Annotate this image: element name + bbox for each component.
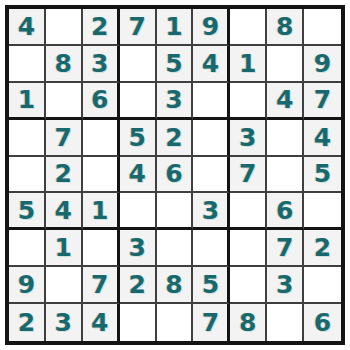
sudoku-cell-r5c3[interactable] bbox=[83, 157, 120, 194]
cell-digit: 9 bbox=[18, 272, 35, 297]
page: 4271988354191634775234246755413613729728… bbox=[0, 0, 350, 350]
sudoku-cell-r8c2[interactable] bbox=[46, 267, 83, 304]
cell-digit: 1 bbox=[239, 51, 256, 76]
sudoku-cell-r9c7[interactable]: 8 bbox=[230, 304, 267, 341]
cell-digit: 5 bbox=[314, 161, 331, 186]
sudoku-cell-r8c9[interactable] bbox=[304, 267, 341, 304]
sudoku-cell-r3c5[interactable]: 3 bbox=[157, 83, 194, 120]
cell-digit: 3 bbox=[55, 310, 72, 335]
sudoku-cell-r8c3[interactable]: 7 bbox=[83, 267, 120, 304]
sudoku-cell-r5c5[interactable]: 6 bbox=[157, 157, 194, 194]
sudoku-cell-r9c6[interactable]: 7 bbox=[193, 304, 230, 341]
cell-digit: 4 bbox=[128, 161, 145, 186]
sudoku-cell-r3c8[interactable]: 4 bbox=[267, 83, 304, 120]
sudoku-cell-r4c5[interactable]: 2 bbox=[157, 120, 194, 157]
cell-digit: 7 bbox=[314, 87, 331, 112]
sudoku-cell-r2c7[interactable]: 1 bbox=[230, 46, 267, 83]
sudoku-cell-r6c8[interactable]: 6 bbox=[267, 193, 304, 230]
sudoku-cell-r5c9[interactable]: 5 bbox=[304, 157, 341, 194]
cell-digit: 5 bbox=[128, 125, 145, 150]
cell-digit: 2 bbox=[314, 235, 331, 260]
cell-digit: 8 bbox=[165, 272, 182, 297]
cell-digit: 6 bbox=[91, 87, 108, 112]
cell-digit: 6 bbox=[276, 198, 293, 223]
cell-digit: 3 bbox=[165, 87, 182, 112]
sudoku-cell-r9c3[interactable]: 4 bbox=[83, 304, 120, 341]
sudoku-board: 4271988354191634775234246755413613729728… bbox=[5, 5, 345, 345]
sudoku-cell-r9c9[interactable]: 6 bbox=[304, 304, 341, 341]
sudoku-cell-r1c8[interactable]: 8 bbox=[267, 9, 304, 46]
sudoku-cell-r7c4[interactable]: 3 bbox=[120, 230, 157, 267]
sudoku-cell-r4c9[interactable]: 4 bbox=[304, 120, 341, 157]
sudoku-cell-r9c5[interactable] bbox=[157, 304, 194, 341]
sudoku-cell-r8c1[interactable]: 9 bbox=[9, 267, 46, 304]
sudoku-cell-r3c4[interactable] bbox=[120, 83, 157, 120]
sudoku-cell-r8c7[interactable] bbox=[230, 267, 267, 304]
sudoku-cell-r6c2[interactable]: 4 bbox=[46, 193, 83, 230]
sudoku-cell-r4c7[interactable]: 3 bbox=[230, 120, 267, 157]
cell-digit: 5 bbox=[202, 272, 219, 297]
sudoku-cell-r5c1[interactable] bbox=[9, 157, 46, 194]
sudoku-grid: 4271988354191634775234246755413613729728… bbox=[9, 9, 341, 341]
sudoku-cell-r2c2[interactable]: 8 bbox=[46, 46, 83, 83]
cell-digit: 4 bbox=[314, 125, 331, 150]
sudoku-cell-r7c2[interactable]: 1 bbox=[46, 230, 83, 267]
sudoku-cell-r9c4[interactable] bbox=[120, 304, 157, 341]
cell-digit: 1 bbox=[55, 235, 72, 260]
sudoku-cell-r8c6[interactable]: 5 bbox=[193, 267, 230, 304]
sudoku-cell-r4c4[interactable]: 5 bbox=[120, 120, 157, 157]
cell-digit: 4 bbox=[18, 14, 35, 39]
sudoku-cell-r7c5[interactable] bbox=[157, 230, 194, 267]
sudoku-cell-r4c6[interactable] bbox=[193, 120, 230, 157]
sudoku-cell-r8c8[interactable]: 3 bbox=[267, 267, 304, 304]
sudoku-cell-r5c7[interactable]: 7 bbox=[230, 157, 267, 194]
sudoku-cell-r1c4[interactable]: 7 bbox=[120, 9, 157, 46]
sudoku-cell-r3c9[interactable]: 7 bbox=[304, 83, 341, 120]
cell-digit: 3 bbox=[91, 51, 108, 76]
sudoku-cell-r9c1[interactable]: 2 bbox=[9, 304, 46, 341]
cell-digit: 8 bbox=[276, 14, 293, 39]
sudoku-cell-r6c9[interactable] bbox=[304, 193, 341, 230]
cell-digit: 7 bbox=[55, 125, 72, 150]
sudoku-cell-r4c8[interactable] bbox=[267, 120, 304, 157]
cell-digit: 1 bbox=[91, 198, 108, 223]
cell-digit: 8 bbox=[55, 51, 72, 76]
cell-digit: 5 bbox=[165, 51, 182, 76]
sudoku-cell-r6c5[interactable] bbox=[157, 193, 194, 230]
cell-digit: 9 bbox=[314, 51, 331, 76]
cell-digit: 4 bbox=[202, 51, 219, 76]
sudoku-cell-r1c5[interactable]: 1 bbox=[157, 9, 194, 46]
sudoku-cell-r2c8[interactable] bbox=[267, 46, 304, 83]
sudoku-cell-r7c8[interactable]: 7 bbox=[267, 230, 304, 267]
sudoku-cell-r7c1[interactable] bbox=[9, 230, 46, 267]
cell-digit: 2 bbox=[165, 125, 182, 150]
sudoku-cell-r5c2[interactable]: 2 bbox=[46, 157, 83, 194]
sudoku-cell-r4c3[interactable] bbox=[83, 120, 120, 157]
sudoku-cell-r3c2[interactable] bbox=[46, 83, 83, 120]
cell-digit: 2 bbox=[55, 161, 72, 186]
sudoku-cell-r1c7[interactable] bbox=[230, 9, 267, 46]
cell-digit: 3 bbox=[276, 272, 293, 297]
cell-digit: 8 bbox=[239, 310, 256, 335]
sudoku-cell-r4c1[interactable] bbox=[9, 120, 46, 157]
sudoku-cell-r6c7[interactable] bbox=[230, 193, 267, 230]
cell-digit: 7 bbox=[128, 14, 145, 39]
cell-digit: 3 bbox=[202, 198, 219, 223]
cell-digit: 6 bbox=[165, 161, 182, 186]
cell-digit: 2 bbox=[128, 272, 145, 297]
sudoku-cell-r6c6[interactable]: 3 bbox=[193, 193, 230, 230]
sudoku-cell-r7c9[interactable]: 2 bbox=[304, 230, 341, 267]
cell-digit: 2 bbox=[18, 310, 35, 335]
sudoku-cell-r9c2[interactable]: 3 bbox=[46, 304, 83, 341]
cell-digit: 7 bbox=[202, 310, 219, 335]
sudoku-cell-r6c3[interactable]: 1 bbox=[83, 193, 120, 230]
cell-digit: 3 bbox=[239, 125, 256, 150]
cell-digit: 7 bbox=[276, 235, 293, 260]
sudoku-cell-r3c6[interactable] bbox=[193, 83, 230, 120]
sudoku-cell-r1c6[interactable]: 9 bbox=[193, 9, 230, 46]
cell-digit: 6 bbox=[314, 310, 331, 335]
cell-digit: 9 bbox=[202, 14, 219, 39]
sudoku-cell-r3c7[interactable] bbox=[230, 83, 267, 120]
cell-digit: 4 bbox=[276, 87, 293, 112]
sudoku-cell-r5c6[interactable] bbox=[193, 157, 230, 194]
cell-digit: 2 bbox=[91, 14, 108, 39]
sudoku-cell-r5c8[interactable] bbox=[267, 157, 304, 194]
sudoku-cell-r7c6[interactable] bbox=[193, 230, 230, 267]
sudoku-cell-r2c4[interactable] bbox=[120, 46, 157, 83]
cell-digit: 5 bbox=[18, 198, 35, 223]
sudoku-cell-r1c3[interactable]: 2 bbox=[83, 9, 120, 46]
cell-digit: 3 bbox=[128, 235, 145, 260]
sudoku-cell-r2c3[interactable]: 3 bbox=[83, 46, 120, 83]
sudoku-cell-r1c1[interactable]: 4 bbox=[9, 9, 46, 46]
sudoku-cell-r6c1[interactable]: 5 bbox=[9, 193, 46, 230]
cell-digit: 7 bbox=[91, 272, 108, 297]
sudoku-cell-r7c3[interactable] bbox=[83, 230, 120, 267]
cell-digit: 1 bbox=[165, 14, 182, 39]
sudoku-cell-r1c2[interactable] bbox=[46, 9, 83, 46]
cell-digit: 7 bbox=[239, 161, 256, 186]
sudoku-cell-r1c9[interactable] bbox=[304, 9, 341, 46]
cell-digit: 4 bbox=[55, 198, 72, 223]
sudoku-cell-r3c3[interactable]: 6 bbox=[83, 83, 120, 120]
sudoku-cell-r6c4[interactable] bbox=[120, 193, 157, 230]
sudoku-cell-r8c4[interactable]: 2 bbox=[120, 267, 157, 304]
sudoku-cell-r2c9[interactable]: 9 bbox=[304, 46, 341, 83]
sudoku-cell-r8c5[interactable]: 8 bbox=[157, 267, 194, 304]
cell-digit: 4 bbox=[91, 310, 108, 335]
cell-digit: 1 bbox=[18, 87, 35, 112]
sudoku-cell-r4c2[interactable]: 7 bbox=[46, 120, 83, 157]
sudoku-cell-r2c6[interactable]: 4 bbox=[193, 46, 230, 83]
sudoku-cell-r2c1[interactable] bbox=[9, 46, 46, 83]
sudoku-cell-r7c7[interactable] bbox=[230, 230, 267, 267]
sudoku-cell-r3c1[interactable]: 1 bbox=[9, 83, 46, 120]
sudoku-cell-r9c8[interactable] bbox=[267, 304, 304, 341]
sudoku-cell-r2c5[interactable]: 5 bbox=[157, 46, 194, 83]
sudoku-cell-r5c4[interactable]: 4 bbox=[120, 157, 157, 194]
